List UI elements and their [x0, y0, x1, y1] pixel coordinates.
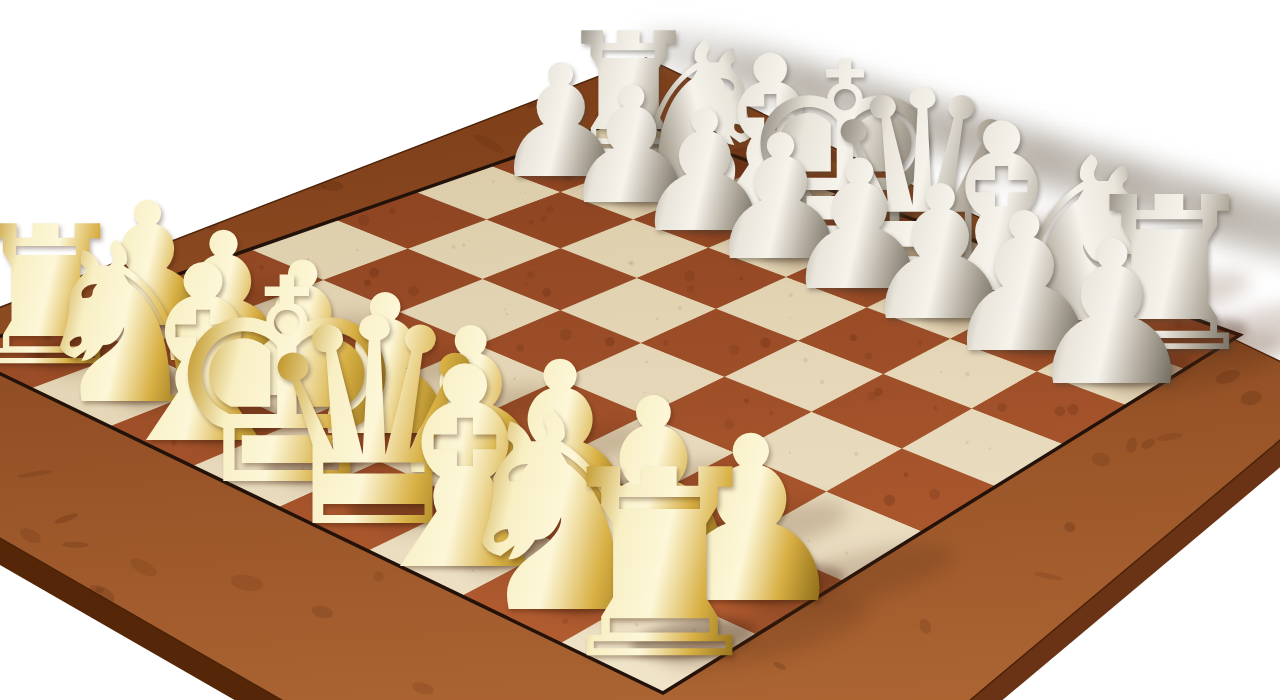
chess-set-product-photo: ♜♞♝♚♛♝♞♜♟♟♟♟♟♟♟♟♟♟♟♟♟♟♟♟♜♞♝♚♛♝♞♜	[0, 0, 1280, 700]
chess-board	[0, 0, 1280, 700]
